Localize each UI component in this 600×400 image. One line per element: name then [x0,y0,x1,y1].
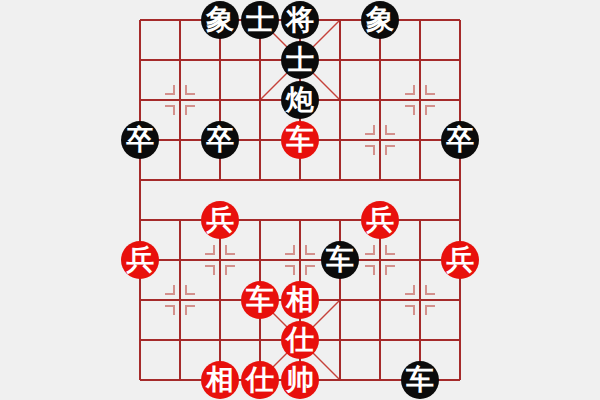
xiangqi-board: 象士将象士炮卒卒车卒兵兵兵车兵车相仕相仕帅车 [140,20,460,380]
piece-red-soldier[interactable]: 兵 [121,241,159,279]
piece-black-soldier[interactable]: 卒 [201,121,239,159]
piece-red-soldier[interactable]: 兵 [201,201,239,239]
piece-black-advisor[interactable]: 士 [241,1,279,39]
piece-red-general[interactable]: 帅 [281,361,319,399]
piece-red-advisor[interactable]: 仕 [281,321,319,359]
piece-red-chariot[interactable]: 车 [281,121,319,159]
piece-red-soldier[interactable]: 兵 [441,241,479,279]
piece-black-elephant[interactable]: 象 [361,1,399,39]
piece-red-elephant[interactable]: 相 [281,281,319,319]
piece-red-soldier[interactable]: 兵 [361,201,399,239]
piece-grid[interactable]: 象士将象士炮卒卒车卒兵兵兵车兵车相仕相仕帅车 [120,0,480,400]
piece-red-elephant[interactable]: 相 [201,361,239,399]
piece-red-chariot[interactable]: 车 [241,281,279,319]
piece-black-cannon[interactable]: 炮 [281,81,319,119]
piece-black-soldier[interactable]: 卒 [441,121,479,159]
piece-red-advisor[interactable]: 仕 [241,361,279,399]
piece-black-soldier[interactable]: 卒 [121,121,159,159]
xiangqi-app-screenshot: 象士将象士炮卒卒车卒兵兵兵车兵车相仕相仕帅车 [0,0,600,400]
piece-black-advisor[interactable]: 士 [281,41,319,79]
piece-black-elephant[interactable]: 象 [201,1,239,39]
piece-black-general[interactable]: 将 [281,1,319,39]
piece-black-chariot[interactable]: 车 [321,241,359,279]
piece-black-chariot[interactable]: 车 [401,361,439,399]
